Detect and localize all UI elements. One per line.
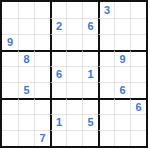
sudoku-cell-r2c6[interactable]: 6: [82, 18, 98, 34]
sudoku-cell-r7c5[interactable]: [66, 98, 82, 114]
sudoku-cell-r2c5[interactable]: [66, 18, 82, 34]
sudoku-cell-r4c5[interactable]: [66, 50, 82, 66]
sudoku-cell-r7c7[interactable]: [98, 98, 114, 114]
sudoku-cell-r1c3[interactable]: [34, 2, 50, 18]
sudoku-cell-r3c3[interactable]: [34, 34, 50, 50]
sudoku-cell-r2c1[interactable]: [2, 18, 18, 34]
sudoku-cell-r6c8[interactable]: 6: [114, 82, 130, 98]
sudoku-cell-r7c1[interactable]: [2, 98, 18, 114]
sudoku-cell-r6c6[interactable]: [82, 82, 98, 98]
sudoku-cell-r1c7[interactable]: 3: [98, 2, 114, 18]
sudoku-board: 32698961566157: [0, 0, 148, 148]
sudoku-cell-r6c9[interactable]: [130, 82, 146, 98]
sudoku-cell-r8c3[interactable]: [34, 114, 50, 130]
sudoku-cell-r9c6[interactable]: [82, 130, 98, 146]
sudoku-cell-r6c1[interactable]: [2, 82, 18, 98]
sudoku-cell-r9c1[interactable]: [2, 130, 18, 146]
sudoku-cell-r5c4[interactable]: 6: [50, 66, 66, 82]
sudoku-cell-r9c4[interactable]: [50, 130, 66, 146]
sudoku-cell-r1c4[interactable]: [50, 2, 66, 18]
sudoku-cell-r9c7[interactable]: [98, 130, 114, 146]
sudoku-cell-r3c5[interactable]: [66, 34, 82, 50]
sudoku-cell-r5c6[interactable]: 1: [82, 66, 98, 82]
sudoku-cell-r2c3[interactable]: [34, 18, 50, 34]
sudoku-cell-r9c2[interactable]: [18, 130, 34, 146]
sudoku-cell-r7c3[interactable]: [34, 98, 50, 114]
sudoku-cell-r4c1[interactable]: [2, 50, 18, 66]
sudoku-cell-r1c9[interactable]: [130, 2, 146, 18]
sudoku-cell-r7c6[interactable]: [82, 98, 98, 114]
sudoku-cell-r2c7[interactable]: [98, 18, 114, 34]
sudoku-cell-r5c9[interactable]: [130, 66, 146, 82]
sudoku-cell-r5c7[interactable]: [98, 66, 114, 82]
sudoku-cell-r3c6[interactable]: [82, 34, 98, 50]
sudoku-cell-r8c1[interactable]: [2, 114, 18, 130]
sudoku-cell-r5c2[interactable]: [18, 66, 34, 82]
sudoku-cell-r8c2[interactable]: [18, 114, 34, 130]
sudoku-cell-r4c3[interactable]: [34, 50, 50, 66]
sudoku-cell-r3c4[interactable]: [50, 34, 66, 50]
sudoku-cell-r6c5[interactable]: [66, 82, 82, 98]
sudoku-cell-r5c1[interactable]: [2, 66, 18, 82]
sudoku-cell-r3c8[interactable]: [114, 34, 130, 50]
sudoku-cell-r9c3[interactable]: 7: [34, 130, 50, 146]
sudoku-cell-r4c2[interactable]: 8: [18, 50, 34, 66]
sudoku-cell-r1c6[interactable]: [82, 2, 98, 18]
sudoku-cell-r8c8[interactable]: [114, 114, 130, 130]
sudoku-cell-r8c7[interactable]: [98, 114, 114, 130]
sudoku-cell-r9c9[interactable]: [130, 130, 146, 146]
sudoku-cell-r7c2[interactable]: [18, 98, 34, 114]
sudoku-cell-r6c7[interactable]: [98, 82, 114, 98]
sudoku-cell-r8c6[interactable]: 5: [82, 114, 98, 130]
sudoku-cell-r4c6[interactable]: [82, 50, 98, 66]
sudoku-cell-r1c2[interactable]: [18, 2, 34, 18]
sudoku-cell-r1c8[interactable]: [114, 2, 130, 18]
sudoku-cell-r6c2[interactable]: 5: [18, 82, 34, 98]
sudoku-cell-r2c9[interactable]: [130, 18, 146, 34]
sudoku-cell-r9c8[interactable]: [114, 130, 130, 146]
sudoku-cell-r1c5[interactable]: [66, 2, 82, 18]
sudoku-page: 32698961566157: [0, 0, 150, 150]
sudoku-cell-r3c1[interactable]: 9: [2, 34, 18, 50]
sudoku-cell-r2c4[interactable]: 2: [50, 18, 66, 34]
sudoku-cell-r2c2[interactable]: [18, 18, 34, 34]
sudoku-cell-r4c4[interactable]: [50, 50, 66, 66]
sudoku-cell-r5c3[interactable]: [34, 66, 50, 82]
sudoku-cell-r8c9[interactable]: [130, 114, 146, 130]
sudoku-cell-r8c4[interactable]: 1: [50, 114, 66, 130]
sudoku-cell-r3c9[interactable]: [130, 34, 146, 50]
sudoku-cell-r3c7[interactable]: [98, 34, 114, 50]
sudoku-cell-r8c5[interactable]: [66, 114, 82, 130]
sudoku-cell-r4c9[interactable]: [130, 50, 146, 66]
sudoku-cell-r4c7[interactable]: [98, 50, 114, 66]
sudoku-cell-r5c5[interactable]: [66, 66, 82, 82]
sudoku-cell-r6c3[interactable]: [34, 82, 50, 98]
sudoku-cell-r6c4[interactable]: [50, 82, 66, 98]
sudoku-cell-r3c2[interactable]: [18, 34, 34, 50]
sudoku-cell-r4c8[interactable]: 9: [114, 50, 130, 66]
sudoku-cell-r1c1[interactable]: [2, 2, 18, 18]
sudoku-cell-r7c8[interactable]: [114, 98, 130, 114]
sudoku-cell-r5c8[interactable]: [114, 66, 130, 82]
sudoku-cell-r9c5[interactable]: [66, 130, 82, 146]
sudoku-cell-r7c9[interactable]: 6: [130, 98, 146, 114]
sudoku-cell-r2c8[interactable]: [114, 18, 130, 34]
sudoku-cell-r7c4[interactable]: [50, 98, 66, 114]
